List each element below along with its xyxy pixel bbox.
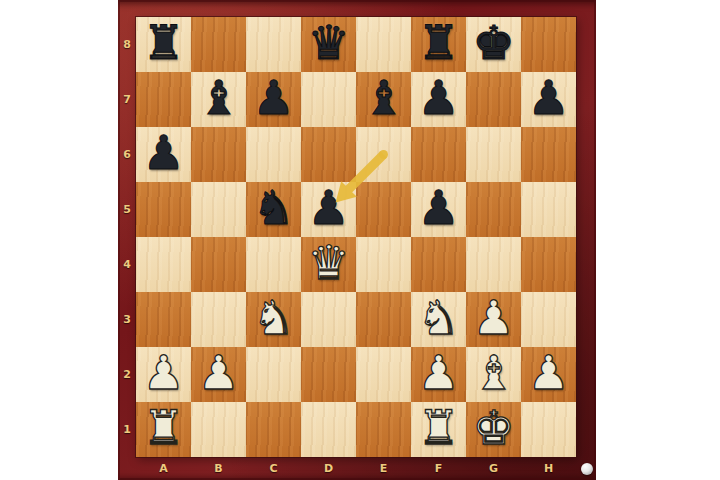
square-d2[interactable] [301, 347, 356, 402]
rank-label-8: 8 [120, 17, 134, 72]
square-e4[interactable] [356, 237, 411, 292]
piece-wn-c3[interactable]: ♞ [252, 290, 294, 345]
square-a8[interactable]: ♜ [136, 17, 191, 72]
square-f1[interactable]: ♜ [411, 402, 466, 457]
chess-board: ♜♛♜♚♝♟♝♟♟♟♞♟♟♛♞♞♟♟♟♟♝♟♜♜♚ [136, 17, 576, 457]
square-f4[interactable] [411, 237, 466, 292]
square-g4[interactable] [466, 237, 521, 292]
square-g5[interactable] [466, 182, 521, 237]
piece-br-f8[interactable]: ♜ [417, 15, 459, 70]
piece-wp-b2[interactable]: ♟ [197, 345, 239, 400]
square-c3[interactable]: ♞ [246, 292, 301, 347]
square-f3[interactable]: ♞ [411, 292, 466, 347]
piece-bb-b7[interactable]: ♝ [197, 70, 239, 125]
rank-label-3: 3 [120, 292, 134, 347]
square-h6[interactable] [521, 127, 576, 182]
square-f6[interactable] [411, 127, 466, 182]
piece-bp-h7[interactable]: ♟ [527, 70, 569, 125]
square-c7[interactable]: ♟ [246, 72, 301, 127]
square-h2[interactable]: ♟ [521, 347, 576, 402]
square-f2[interactable]: ♟ [411, 347, 466, 402]
square-h4[interactable] [521, 237, 576, 292]
square-a3[interactable] [136, 292, 191, 347]
square-d7[interactable] [301, 72, 356, 127]
square-a4[interactable] [136, 237, 191, 292]
piece-wb-g2[interactable]: ♝ [472, 345, 514, 400]
square-b4[interactable] [191, 237, 246, 292]
rank-label-4: 4 [120, 237, 134, 292]
square-f8[interactable]: ♜ [411, 17, 466, 72]
piece-wk-g1[interactable]: ♚ [472, 400, 514, 455]
rank-label-6: 6 [120, 127, 134, 182]
square-d8[interactable]: ♛ [301, 17, 356, 72]
square-d5[interactable]: ♟ [301, 182, 356, 237]
board-frame: ♜♛♜♚♝♟♝♟♟♟♞♟♟♛♞♞♟♟♟♟♝♟♜♜♚ 87654321 ABCDE… [118, 0, 596, 480]
piece-bp-c7[interactable]: ♟ [252, 70, 294, 125]
file-label-A: A [136, 457, 191, 480]
square-c5[interactable]: ♞ [246, 182, 301, 237]
square-d4[interactable]: ♛ [301, 237, 356, 292]
file-label-C: C [246, 457, 301, 480]
piece-bn-c5[interactable]: ♞ [252, 180, 294, 235]
square-b2[interactable]: ♟ [191, 347, 246, 402]
square-g1[interactable]: ♚ [466, 402, 521, 457]
file-label-F: F [411, 457, 466, 480]
square-a6[interactable]: ♟ [136, 127, 191, 182]
square-e7[interactable]: ♝ [356, 72, 411, 127]
piece-br-a8[interactable]: ♜ [142, 15, 184, 70]
square-c2[interactable] [246, 347, 301, 402]
square-a1[interactable]: ♜ [136, 402, 191, 457]
square-a7[interactable] [136, 72, 191, 127]
piece-bp-d5[interactable]: ♟ [307, 180, 349, 235]
square-d1[interactable] [301, 402, 356, 457]
square-g3[interactable]: ♟ [466, 292, 521, 347]
piece-bp-f5[interactable]: ♟ [417, 180, 459, 235]
file-label-B: B [191, 457, 246, 480]
piece-wr-f1[interactable]: ♜ [417, 400, 459, 455]
rank-label-7: 7 [120, 72, 134, 127]
square-c4[interactable] [246, 237, 301, 292]
square-f7[interactable]: ♟ [411, 72, 466, 127]
square-e3[interactable] [356, 292, 411, 347]
white-to-move-indicator [581, 463, 593, 475]
rank-label-1: 1 [120, 402, 134, 457]
piece-wn-f3[interactable]: ♞ [417, 290, 459, 345]
piece-wp-f2[interactable]: ♟ [417, 345, 459, 400]
square-b6[interactable] [191, 127, 246, 182]
square-b1[interactable] [191, 402, 246, 457]
square-a2[interactable]: ♟ [136, 347, 191, 402]
square-a5[interactable] [136, 182, 191, 237]
file-label-D: D [301, 457, 356, 480]
square-h1[interactable] [521, 402, 576, 457]
rank-label-2: 2 [120, 347, 134, 402]
square-e5[interactable] [356, 182, 411, 237]
square-h7[interactable]: ♟ [521, 72, 576, 127]
piece-bq-d8[interactable]: ♛ [307, 15, 349, 70]
square-b7[interactable]: ♝ [191, 72, 246, 127]
file-label-G: G [466, 457, 521, 480]
piece-bk-g8[interactable]: ♚ [472, 15, 514, 70]
file-label-H: H [521, 457, 576, 480]
square-c8[interactable] [246, 17, 301, 72]
square-b5[interactable] [191, 182, 246, 237]
file-label-E: E [356, 457, 411, 480]
square-b3[interactable] [191, 292, 246, 347]
square-h3[interactable] [521, 292, 576, 347]
square-g6[interactable] [466, 127, 521, 182]
piece-wp-g3[interactable]: ♟ [472, 290, 514, 345]
piece-wp-h2[interactable]: ♟ [527, 345, 569, 400]
square-h5[interactable] [521, 182, 576, 237]
piece-bp-a6[interactable]: ♟ [142, 125, 184, 180]
square-e8[interactable] [356, 17, 411, 72]
square-f5[interactable]: ♟ [411, 182, 466, 237]
piece-bp-f7[interactable]: ♟ [417, 70, 459, 125]
square-g8[interactable]: ♚ [466, 17, 521, 72]
square-c6[interactable] [246, 127, 301, 182]
rank-label-5: 5 [120, 182, 134, 237]
square-d6[interactable] [301, 127, 356, 182]
square-h8[interactable] [521, 17, 576, 72]
square-d3[interactable] [301, 292, 356, 347]
piece-bb-e7[interactable]: ♝ [362, 70, 404, 125]
square-g2[interactable]: ♝ [466, 347, 521, 402]
square-e6[interactable] [356, 127, 411, 182]
square-b8[interactable] [191, 17, 246, 72]
piece-wr-a1[interactable]: ♜ [142, 400, 184, 455]
piece-wq-d4[interactable]: ♛ [307, 235, 349, 290]
square-g7[interactable] [466, 72, 521, 127]
square-e1[interactable] [356, 402, 411, 457]
square-c1[interactable] [246, 402, 301, 457]
piece-wp-a2[interactable]: ♟ [142, 345, 184, 400]
square-e2[interactable] [356, 347, 411, 402]
